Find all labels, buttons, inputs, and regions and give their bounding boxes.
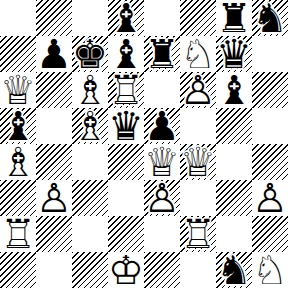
piece-white-queen: ♛♕ xyxy=(180,144,216,180)
white-queen-icon: ♕ xyxy=(0,72,36,108)
square-c6[interactable]: ♝♗ xyxy=(72,72,108,108)
piece-black-queen: ♛♛ xyxy=(108,108,144,144)
piece-white-knight: ♞♘ xyxy=(252,252,288,288)
piece-halo-fill: ♟ xyxy=(180,72,216,108)
square-h5[interactable] xyxy=(252,108,288,144)
piece-black-bishop: ♝♝ xyxy=(108,36,144,72)
square-h4[interactable] xyxy=(252,144,288,180)
square-h3[interactable]: ♟♙ xyxy=(252,180,288,216)
piece-halo-fill: ♜ xyxy=(180,216,216,252)
white-queen-icon: ♕ xyxy=(144,144,180,180)
piece-halo-fill: ♛ xyxy=(144,144,180,180)
square-g5[interactable] xyxy=(216,108,252,144)
square-b6[interactable] xyxy=(36,72,72,108)
square-a3[interactable] xyxy=(0,180,36,216)
square-e1[interactable] xyxy=(144,252,180,288)
square-d5[interactable]: ♛♛ xyxy=(108,108,144,144)
piece-white-queen: ♛♕ xyxy=(144,144,180,180)
square-b2[interactable] xyxy=(36,216,72,252)
square-a4[interactable]: ♝♗ xyxy=(0,144,36,180)
piece-black-knight: ♞♞ xyxy=(216,252,252,288)
black-bishop-icon: ♝ xyxy=(108,0,144,36)
piece-halo-fill: ♝ xyxy=(72,72,108,108)
square-e6[interactable] xyxy=(144,72,180,108)
piece-halo-fill: ♟ xyxy=(144,108,180,144)
square-h2[interactable] xyxy=(252,216,288,252)
square-f1[interactable] xyxy=(180,252,216,288)
black-rook-icon: ♜ xyxy=(144,36,180,72)
square-h1[interactable]: ♞♘ xyxy=(252,252,288,288)
square-e8[interactable] xyxy=(144,0,180,36)
piece-halo-fill: ♜ xyxy=(216,0,252,36)
piece-halo-fill: ♟ xyxy=(36,180,72,216)
square-e5[interactable]: ♟♟ xyxy=(144,108,180,144)
square-b3[interactable]: ♟♙ xyxy=(36,180,72,216)
square-g2[interactable] xyxy=(216,216,252,252)
piece-halo-fill: ♜ xyxy=(144,36,180,72)
white-pawn-icon: ♙ xyxy=(36,180,72,216)
square-e3[interactable]: ♟♙ xyxy=(144,180,180,216)
square-c5[interactable]: ♝♗ xyxy=(72,108,108,144)
white-pawn-icon: ♙ xyxy=(252,180,288,216)
white-knight-icon: ♘ xyxy=(180,36,216,72)
black-bishop-icon: ♝ xyxy=(216,72,252,108)
square-b8[interactable] xyxy=(36,0,72,36)
square-g1[interactable]: ♞♞ xyxy=(216,252,252,288)
piece-white-queen: ♛♕ xyxy=(0,72,36,108)
square-d2[interactable] xyxy=(108,216,144,252)
piece-halo-fill: ♞ xyxy=(252,252,288,288)
square-g3[interactable] xyxy=(216,180,252,216)
piece-black-rook: ♜♜ xyxy=(216,0,252,36)
square-b4[interactable] xyxy=(36,144,72,180)
square-f2[interactable]: ♜♖ xyxy=(180,216,216,252)
black-king-icon: ♚ xyxy=(72,36,108,72)
piece-white-rook: ♜♖ xyxy=(108,72,144,108)
black-pawn-icon: ♟ xyxy=(144,108,180,144)
square-a5[interactable]: ♝♝ xyxy=(0,108,36,144)
square-f8[interactable] xyxy=(180,0,216,36)
square-c1[interactable] xyxy=(72,252,108,288)
square-f7[interactable]: ♞♘ xyxy=(180,36,216,72)
square-a7[interactable] xyxy=(0,36,36,72)
square-b1[interactable] xyxy=(36,252,72,288)
piece-halo-fill: ♞ xyxy=(252,0,288,36)
piece-white-bishop: ♝♗ xyxy=(0,144,36,180)
black-queen-icon: ♛ xyxy=(108,108,144,144)
square-c7[interactable]: ♚♚ xyxy=(72,36,108,72)
square-f4[interactable]: ♛♕ xyxy=(180,144,216,180)
square-e7[interactable]: ♜♜ xyxy=(144,36,180,72)
white-king-icon: ♔ xyxy=(108,252,144,288)
white-queen-icon: ♕ xyxy=(180,144,216,180)
square-a8[interactable] xyxy=(0,0,36,36)
piece-halo-fill: ♝ xyxy=(0,108,36,144)
square-g6[interactable]: ♝♝ xyxy=(216,72,252,108)
piece-halo-fill: ♟ xyxy=(252,180,288,216)
piece-black-king: ♚♚ xyxy=(72,36,108,72)
chess-board: ♝♝♜♜♞♞♟♟♚♚♝♝♜♜♞♘♛♛♛♕♝♗♜♖♟♙♝♝♝♝♝♗♛♛♟♟♝♗♛♕… xyxy=(0,0,288,288)
piece-halo-fill: ♝ xyxy=(0,144,36,180)
piece-white-rook: ♜♖ xyxy=(0,216,36,252)
piece-white-bishop: ♝♗ xyxy=(72,72,108,108)
square-g4[interactable] xyxy=(216,144,252,180)
piece-halo-fill: ♛ xyxy=(0,72,36,108)
square-d7[interactable]: ♝♝ xyxy=(108,36,144,72)
piece-black-bishop: ♝♝ xyxy=(108,0,144,36)
piece-halo-fill: ♚ xyxy=(108,252,144,288)
white-rook-icon: ♖ xyxy=(180,216,216,252)
black-rook-icon: ♜ xyxy=(216,0,252,36)
square-f3[interactable] xyxy=(180,180,216,216)
square-h7[interactable] xyxy=(252,36,288,72)
piece-white-pawn: ♟♙ xyxy=(180,72,216,108)
white-pawn-icon: ♙ xyxy=(180,72,216,108)
piece-halo-fill: ♛ xyxy=(216,36,252,72)
piece-halo-fill: ♝ xyxy=(216,72,252,108)
black-knight-icon: ♞ xyxy=(252,0,288,36)
piece-halo-fill: ♞ xyxy=(216,252,252,288)
square-d6[interactable]: ♜♖ xyxy=(108,72,144,108)
square-d4[interactable] xyxy=(108,144,144,180)
black-bishop-icon: ♝ xyxy=(0,108,36,144)
piece-black-bishop: ♝♝ xyxy=(0,108,36,144)
piece-black-queen: ♛♛ xyxy=(216,36,252,72)
piece-halo-fill: ♛ xyxy=(108,108,144,144)
square-a1[interactable] xyxy=(0,252,36,288)
piece-black-bishop: ♝♝ xyxy=(216,72,252,108)
piece-white-king: ♚♔ xyxy=(108,252,144,288)
piece-black-knight: ♞♞ xyxy=(252,0,288,36)
piece-halo-fill: ♜ xyxy=(0,216,36,252)
white-bishop-icon: ♗ xyxy=(72,108,108,144)
piece-halo-fill: ♚ xyxy=(72,36,108,72)
square-a2[interactable]: ♜♖ xyxy=(0,216,36,252)
piece-white-pawn: ♟♙ xyxy=(252,180,288,216)
square-e2[interactable] xyxy=(144,216,180,252)
square-b7[interactable]: ♟♟ xyxy=(36,36,72,72)
square-c2[interactable] xyxy=(72,216,108,252)
square-g7[interactable]: ♛♛ xyxy=(216,36,252,72)
white-pawn-icon: ♙ xyxy=(144,180,180,216)
piece-halo-fill: ♟ xyxy=(36,36,72,72)
piece-white-pawn: ♟♙ xyxy=(36,180,72,216)
square-e4[interactable]: ♛♕ xyxy=(144,144,180,180)
piece-white-knight: ♞♘ xyxy=(180,36,216,72)
piece-halo-fill: ♜ xyxy=(108,72,144,108)
piece-white-rook: ♜♖ xyxy=(180,216,216,252)
square-g8[interactable]: ♜♜ xyxy=(216,0,252,36)
square-c3[interactable] xyxy=(72,180,108,216)
square-f5[interactable] xyxy=(180,108,216,144)
piece-halo-fill: ♝ xyxy=(108,0,144,36)
square-b5[interactable] xyxy=(36,108,72,144)
piece-halo-fill: ♝ xyxy=(108,36,144,72)
square-c8[interactable] xyxy=(72,0,108,36)
piece-white-pawn: ♟♙ xyxy=(144,180,180,216)
chess-diagram: ♝♝♜♜♞♞♟♟♚♚♝♝♜♜♞♘♛♛♛♕♝♗♜♖♟♙♝♝♝♝♝♗♛♛♟♟♝♗♛♕… xyxy=(0,0,288,288)
black-bishop-icon: ♝ xyxy=(108,36,144,72)
piece-halo-fill: ♛ xyxy=(180,144,216,180)
white-bishop-icon: ♗ xyxy=(72,72,108,108)
black-pawn-icon: ♟ xyxy=(36,36,72,72)
square-h6[interactable] xyxy=(252,72,288,108)
piece-halo-fill: ♞ xyxy=(180,36,216,72)
black-knight-icon: ♞ xyxy=(216,252,252,288)
piece-halo-fill: ♝ xyxy=(72,108,108,144)
square-d1[interactable]: ♚♔ xyxy=(108,252,144,288)
square-h8[interactable]: ♞♞ xyxy=(252,0,288,36)
square-d8[interactable]: ♝♝ xyxy=(108,0,144,36)
white-rook-icon: ♖ xyxy=(108,72,144,108)
piece-halo-fill: ♟ xyxy=(144,180,180,216)
piece-black-pawn: ♟♟ xyxy=(144,108,180,144)
piece-black-rook: ♜♜ xyxy=(144,36,180,72)
black-queen-icon: ♛ xyxy=(216,36,252,72)
white-rook-icon: ♖ xyxy=(0,216,36,252)
piece-white-bishop: ♝♗ xyxy=(72,108,108,144)
white-bishop-icon: ♗ xyxy=(0,144,36,180)
square-f6[interactable]: ♟♙ xyxy=(180,72,216,108)
piece-black-pawn: ♟♟ xyxy=(36,36,72,72)
white-knight-icon: ♘ xyxy=(252,252,288,288)
square-a6[interactable]: ♛♕ xyxy=(0,72,36,108)
square-d3[interactable] xyxy=(108,180,144,216)
square-c4[interactable] xyxy=(72,144,108,180)
